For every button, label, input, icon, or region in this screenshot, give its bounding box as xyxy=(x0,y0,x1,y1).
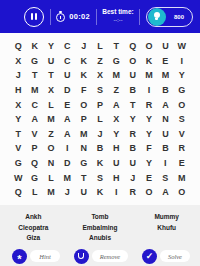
grid-cell[interactable]: J xyxy=(10,68,26,83)
grid-cell[interactable]: E xyxy=(157,54,173,69)
grid-cell[interactable]: Y xyxy=(125,112,141,127)
hint-credits-pill[interactable]: 800 xyxy=(146,7,193,27)
grid-cell[interactable]: L xyxy=(43,170,59,185)
word-item: Cleopatra xyxy=(18,223,48,233)
grid-cell[interactable]: R xyxy=(125,185,141,200)
word-search-app: 00:02 Best time: --:-- 800 QKYCJLTQOUWXG… xyxy=(0,0,200,266)
grid-cell[interactable]: O xyxy=(141,185,157,200)
grid-cell[interactable]: N xyxy=(43,156,59,171)
grid-cell[interactable]: T xyxy=(108,39,124,54)
grid-cell[interactable]: H xyxy=(108,141,124,156)
grid-cell[interactable]: J xyxy=(75,39,91,54)
hint-button[interactable]: * Hint xyxy=(12,249,60,264)
word-item: Embalming xyxy=(82,223,117,233)
grid-cell[interactable]: H xyxy=(108,170,124,185)
grid-cell[interactable]: A xyxy=(26,112,42,127)
grid-cell[interactable]: A xyxy=(108,97,124,112)
grid-cell[interactable]: E xyxy=(59,97,75,112)
remove-button-label: Remove xyxy=(92,250,129,262)
grid-cell[interactable]: X xyxy=(43,83,59,98)
word-column: TombEmbalmingAnubis xyxy=(67,212,134,243)
lightbulb-icon xyxy=(148,8,166,26)
grid-cell[interactable]: L xyxy=(92,39,108,54)
grid-cell[interactable]: N xyxy=(75,141,91,156)
grid-cell[interactable]: O xyxy=(125,54,141,69)
grid-cell[interactable]: Y xyxy=(10,112,26,127)
grid-cell[interactable]: K xyxy=(141,54,157,69)
best-time-label: Best time: xyxy=(102,8,133,17)
word-item: Anubis xyxy=(89,233,111,243)
letter-grid: QKYCJLTQOUWXGUCKZGOKEIJTTUKXMUMMYHMXDFSZ… xyxy=(10,39,190,205)
grid-cell[interactable]: A xyxy=(59,127,75,142)
grid-cell[interactable]: T xyxy=(10,127,26,142)
grid-cell[interactable]: S xyxy=(92,83,108,98)
grid-cell[interactable]: B xyxy=(125,83,141,98)
grid-cell[interactable]: Q xyxy=(26,156,42,171)
grid-cell[interactable]: B xyxy=(157,83,173,98)
grid-cell[interactable]: K xyxy=(75,54,91,69)
puzzle-board: QKYCJLTQOUWXGUCKZGOKEIJTTUKXMUMMYHMXDFSZ… xyxy=(0,33,200,205)
word-item: Mummy xyxy=(154,212,179,222)
grid-cell[interactable]: T xyxy=(75,170,91,185)
grid-cell[interactable]: Y xyxy=(43,39,59,54)
grid-cell[interactable]: M xyxy=(75,127,91,142)
word-column: AnkhCleopatraGiza xyxy=(0,212,67,243)
grid-cell[interactable]: V xyxy=(26,127,42,142)
grid-cell[interactable]: B xyxy=(157,141,173,156)
grid-cell[interactable]: Z xyxy=(92,54,108,69)
grid-cell[interactable]: G xyxy=(108,54,124,69)
grid-cell[interactable]: F xyxy=(75,83,91,98)
grid-cell[interactable]: M xyxy=(157,68,173,83)
grid-cell[interactable]: U xyxy=(157,39,173,54)
pause-icon xyxy=(31,13,33,20)
bottom-panel: AnkhCleopatraGiza TombEmbalmingAnubis Mu… xyxy=(0,205,200,266)
divider xyxy=(139,9,140,25)
grid-cell[interactable]: T xyxy=(26,68,42,83)
grid-cell[interactable]: B xyxy=(125,141,141,156)
grid-cell[interactable]: L xyxy=(26,185,42,200)
word-item: Tomb xyxy=(91,212,108,222)
grid-cell[interactable]: I xyxy=(141,83,157,98)
action-bar: * Hint Remove ✓ Solve xyxy=(0,243,200,264)
grid-cell[interactable]: Q xyxy=(10,185,26,200)
grid-cell[interactable]: U xyxy=(75,185,91,200)
grid-cell[interactable]: D xyxy=(59,156,75,171)
grid-cell[interactable]: X xyxy=(108,112,124,127)
divider xyxy=(50,9,51,25)
grid-cell[interactable]: O xyxy=(174,97,190,112)
grid-cell[interactable]: G xyxy=(174,83,190,98)
grid-cell[interactable]: G xyxy=(26,170,42,185)
grid-cell[interactable]: J xyxy=(125,170,141,185)
grid-cell[interactable]: V xyxy=(10,141,26,156)
hint-credits-value: 800 xyxy=(166,14,192,20)
grid-cell[interactable]: I xyxy=(108,185,124,200)
grid-cell[interactable]: C xyxy=(59,39,75,54)
hint-button-label: Hint xyxy=(30,250,60,262)
grid-cell[interactable]: X xyxy=(10,97,26,112)
grid-cell[interactable]: S xyxy=(157,170,173,185)
remove-button[interactable]: Remove xyxy=(74,249,129,264)
grid-cell[interactable]: U xyxy=(157,127,173,142)
grid-cell[interactable]: E xyxy=(174,156,190,171)
divider xyxy=(96,9,97,25)
magnet-icon xyxy=(74,249,89,264)
grid-cell[interactable]: K xyxy=(92,156,108,171)
grid-cell[interactable]: B xyxy=(92,141,108,156)
grid-cell[interactable]: H xyxy=(10,83,26,98)
top-bar: 00:02 Best time: --:-- 800 xyxy=(0,0,200,33)
grid-cell[interactable]: C xyxy=(59,54,75,69)
grid-cell[interactable]: J xyxy=(59,185,75,200)
grid-cell[interactable]: M xyxy=(174,170,190,185)
grid-cell[interactable]: Y xyxy=(141,127,157,142)
grid-cell[interactable]: U xyxy=(43,54,59,69)
best-time: Best time: --:-- xyxy=(102,8,133,24)
grid-cell[interactable]: T xyxy=(43,68,59,83)
solve-button[interactable]: ✓ Solve xyxy=(142,249,190,264)
timer: 00:02 xyxy=(56,11,90,22)
grid-cell[interactable]: R xyxy=(174,141,190,156)
grid-cell[interactable]: J xyxy=(92,127,108,142)
grid-cell[interactable]: F xyxy=(141,141,157,156)
grid-cell[interactable]: I xyxy=(174,54,190,69)
grid-cell[interactable]: P xyxy=(26,141,42,156)
grid-cell[interactable]: M xyxy=(43,112,59,127)
timer-value: 00:02 xyxy=(69,12,90,21)
grid-cell[interactable]: M xyxy=(26,83,42,98)
grid-cell[interactable]: K xyxy=(26,39,42,54)
grid-cell[interactable]: G xyxy=(75,156,91,171)
grid-cell[interactable]: I xyxy=(157,156,173,171)
grid-cell[interactable]: M xyxy=(59,170,75,185)
best-time-value: --:-- xyxy=(102,17,133,24)
grid-cell[interactable]: A xyxy=(59,112,75,127)
grid-cell[interactable]: P xyxy=(92,97,108,112)
grid-cell[interactable]: Y xyxy=(141,156,157,171)
grid-cell[interactable]: W xyxy=(10,170,26,185)
word-column: MummyKhufu xyxy=(133,212,200,243)
grid-cell[interactable]: X xyxy=(10,54,26,69)
grid-cell[interactable]: T xyxy=(125,97,141,112)
word-item: Giza xyxy=(26,233,40,243)
grid-cell[interactable]: Q xyxy=(10,39,26,54)
grid-cell[interactable]: O xyxy=(141,39,157,54)
grid-cell[interactable]: U xyxy=(108,156,124,171)
grid-cell[interactable]: V xyxy=(174,127,190,142)
grid-cell[interactable]: R xyxy=(125,127,141,142)
grid-cell[interactable]: M xyxy=(43,185,59,200)
asterisk-icon: * xyxy=(12,249,27,264)
grid-cell[interactable]: D xyxy=(59,83,75,98)
grid-cell[interactable]: A xyxy=(157,97,173,112)
grid-cell[interactable]: K xyxy=(75,68,91,83)
stopwatch-icon xyxy=(56,11,66,22)
grid-cell[interactable]: O xyxy=(43,141,59,156)
word-item: Ankh xyxy=(25,212,41,222)
grid-cell[interactable]: G xyxy=(26,54,42,69)
word-item: Khufu xyxy=(157,223,176,233)
grid-cell[interactable]: Q xyxy=(125,39,141,54)
pause-icon xyxy=(35,13,37,20)
grid-cell[interactable]: I xyxy=(59,141,75,156)
grid-cell[interactable]: Z xyxy=(108,83,124,98)
grid-cell[interactable]: Y xyxy=(141,112,157,127)
grid-cell[interactable]: M xyxy=(108,68,124,83)
pause-button[interactable] xyxy=(24,7,44,27)
grid-cell[interactable]: R xyxy=(141,97,157,112)
grid-cell[interactable]: U xyxy=(59,68,75,83)
grid-cell[interactable]: S xyxy=(92,170,108,185)
grid-cell[interactable]: A xyxy=(157,185,173,200)
word-list: AnkhCleopatraGiza TombEmbalmingAnubis Mu… xyxy=(0,205,200,243)
grid-cell[interactable]: M xyxy=(141,68,157,83)
grid-cell[interactable]: U xyxy=(125,68,141,83)
solve-button-label: Solve xyxy=(160,250,190,262)
grid-cell[interactable]: Y xyxy=(108,127,124,142)
grid-cell[interactable]: U xyxy=(125,156,141,171)
grid-cell[interactable]: K xyxy=(92,185,108,200)
grid-cell[interactable]: G xyxy=(10,156,26,171)
grid-cell[interactable]: Z xyxy=(43,127,59,142)
grid-cell[interactable]: E xyxy=(141,170,157,185)
grid-cell[interactable]: C xyxy=(26,97,42,112)
grid-cell[interactable]: N xyxy=(157,112,173,127)
grid-cell[interactable]: O xyxy=(75,97,91,112)
checkmark-icon: ✓ xyxy=(142,249,157,264)
grid-cell[interactable]: W xyxy=(174,39,190,54)
grid-cell[interactable]: P xyxy=(75,112,91,127)
grid-cell[interactable]: L xyxy=(43,97,59,112)
grid-cell[interactable]: S xyxy=(174,112,190,127)
grid-cell[interactable]: X xyxy=(92,68,108,83)
grid-cell[interactable]: Y xyxy=(174,68,190,83)
grid-cell[interactable]: L xyxy=(92,112,108,127)
grid-cell[interactable]: O xyxy=(174,185,190,200)
